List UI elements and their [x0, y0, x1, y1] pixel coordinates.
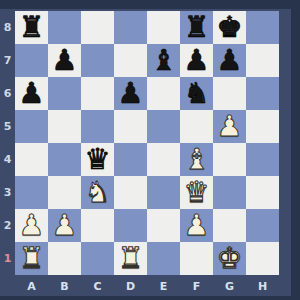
square-f4[interactable]: ♝ — [180, 143, 213, 176]
file-labels: ABCDEFGH — [15, 277, 279, 296]
square-d1[interactable]: ♜ — [114, 242, 147, 275]
square-a5[interactable] — [15, 110, 48, 143]
square-g8[interactable]: ♚ — [213, 11, 246, 44]
chess-board[interactable]: ♜♜♚♟♝♟♟♟♟♞♟♛♝♞♛♟♟♟♜♜♚ — [15, 11, 279, 275]
frame-edge-bottom — [0, 296, 300, 300]
square-b3[interactable] — [48, 176, 81, 209]
black-bishop-e7[interactable]: ♝ — [147, 44, 180, 77]
black-knight-f6[interactable]: ♞ — [180, 77, 213, 110]
square-c6[interactable] — [81, 77, 114, 110]
square-e1[interactable] — [147, 242, 180, 275]
square-h3[interactable] — [246, 176, 279, 209]
square-b1[interactable] — [48, 242, 81, 275]
white-pawn-g5[interactable]: ♟ — [213, 110, 246, 143]
black-pawn-f7[interactable]: ♟ — [180, 44, 213, 77]
white-pawn-b2[interactable]: ♟ — [48, 209, 81, 242]
file-label-d: D — [114, 277, 147, 296]
square-h5[interactable] — [246, 110, 279, 143]
file-label-f: F — [180, 277, 213, 296]
square-d4[interactable] — [114, 143, 147, 176]
square-g4[interactable] — [213, 143, 246, 176]
square-c1[interactable] — [81, 242, 114, 275]
rank-label-5: 5 — [0, 110, 15, 143]
white-knight-c3[interactable]: ♞ — [81, 176, 114, 209]
square-e7[interactable]: ♝ — [147, 44, 180, 77]
square-b4[interactable] — [48, 143, 81, 176]
square-f3[interactable]: ♛ — [180, 176, 213, 209]
square-a2[interactable]: ♟ — [15, 209, 48, 242]
white-pawn-a2[interactable]: ♟ — [15, 209, 48, 242]
square-g2[interactable] — [213, 209, 246, 242]
file-label-a: A — [15, 277, 48, 296]
white-rook-a1[interactable]: ♜ — [15, 242, 48, 275]
white-pawn-f2[interactable]: ♟ — [180, 209, 213, 242]
square-f8[interactable]: ♜ — [180, 11, 213, 44]
rank-label-2: 2 — [0, 209, 15, 242]
square-c3[interactable]: ♞ — [81, 176, 114, 209]
rank-label-7: 7 — [0, 44, 15, 77]
rank-label-3: 3 — [0, 176, 15, 209]
square-a8[interactable]: ♜ — [15, 11, 48, 44]
square-b5[interactable] — [48, 110, 81, 143]
square-h8[interactable] — [246, 11, 279, 44]
square-f1[interactable] — [180, 242, 213, 275]
black-pawn-g7[interactable]: ♟ — [213, 44, 246, 77]
black-pawn-d6[interactable]: ♟ — [114, 77, 147, 110]
square-c7[interactable] — [81, 44, 114, 77]
square-g6[interactable] — [213, 77, 246, 110]
square-e5[interactable] — [147, 110, 180, 143]
square-a1[interactable]: ♜ — [15, 242, 48, 275]
rank-label-4: 4 — [0, 143, 15, 176]
black-rook-a8[interactable]: ♜ — [15, 11, 48, 44]
white-bishop-f4[interactable]: ♝ — [180, 143, 213, 176]
square-f2[interactable]: ♟ — [180, 209, 213, 242]
frame-edge-top — [0, 0, 300, 9]
square-b7[interactable]: ♟ — [48, 44, 81, 77]
frame-edge-right — [291, 0, 300, 300]
black-king-g8[interactable]: ♚ — [213, 11, 246, 44]
square-d2[interactable] — [114, 209, 147, 242]
square-c4[interactable]: ♛ — [81, 143, 114, 176]
rank-label-8: 8 — [0, 11, 15, 44]
square-f5[interactable] — [180, 110, 213, 143]
square-a7[interactable] — [15, 44, 48, 77]
file-label-h: H — [246, 277, 279, 296]
rank-label-1: 1 — [0, 242, 15, 275]
file-label-e: E — [147, 277, 180, 296]
square-d3[interactable] — [114, 176, 147, 209]
square-e8[interactable] — [147, 11, 180, 44]
square-b2[interactable]: ♟ — [48, 209, 81, 242]
square-g5[interactable]: ♟ — [213, 110, 246, 143]
square-d6[interactable]: ♟ — [114, 77, 147, 110]
square-e3[interactable] — [147, 176, 180, 209]
black-pawn-a6[interactable]: ♟ — [15, 77, 48, 110]
black-queen-c4[interactable]: ♛ — [81, 143, 114, 176]
square-g3[interactable] — [213, 176, 246, 209]
file-label-b: B — [48, 277, 81, 296]
square-f7[interactable]: ♟ — [180, 44, 213, 77]
white-queen-f3[interactable]: ♛ — [180, 176, 213, 209]
black-pawn-b7[interactable]: ♟ — [48, 44, 81, 77]
square-e6[interactable] — [147, 77, 180, 110]
square-d5[interactable] — [114, 110, 147, 143]
square-g7[interactable]: ♟ — [213, 44, 246, 77]
square-e2[interactable] — [147, 209, 180, 242]
white-king-g1[interactable]: ♚ — [213, 242, 246, 275]
square-c2[interactable] — [81, 209, 114, 242]
square-a4[interactable] — [15, 143, 48, 176]
rank-label-6: 6 — [0, 77, 15, 110]
file-label-g: G — [213, 277, 246, 296]
square-c8[interactable] — [81, 11, 114, 44]
square-h1[interactable] — [246, 242, 279, 275]
chess-diagram: 87654321 ♜♜♚♟♝♟♟♟♟♞♟♛♝♞♛♟♟♟♜♜♚ ABCDEFGH — [0, 0, 300, 300]
rank-labels: 87654321 — [0, 11, 15, 275]
black-rook-f8[interactable]: ♜ — [180, 11, 213, 44]
square-e4[interactable] — [147, 143, 180, 176]
square-a3[interactable] — [15, 176, 48, 209]
square-b8[interactable] — [48, 11, 81, 44]
square-h7[interactable] — [246, 44, 279, 77]
white-rook-d1[interactable]: ♜ — [114, 242, 147, 275]
square-c5[interactable] — [81, 110, 114, 143]
square-a6[interactable]: ♟ — [15, 77, 48, 110]
square-g1[interactable]: ♚ — [213, 242, 246, 275]
square-h6[interactable] — [246, 77, 279, 110]
square-d7[interactable] — [114, 44, 147, 77]
square-h2[interactable] — [246, 209, 279, 242]
square-b6[interactable] — [48, 77, 81, 110]
square-d8[interactable] — [114, 11, 147, 44]
file-label-c: C — [81, 277, 114, 296]
square-f6[interactable]: ♞ — [180, 77, 213, 110]
square-h4[interactable] — [246, 143, 279, 176]
